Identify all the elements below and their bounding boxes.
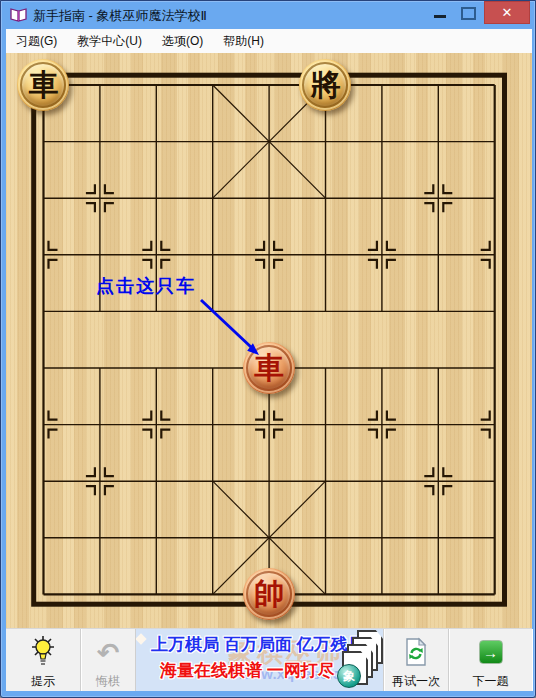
- close-button[interactable]: ✕: [484, 1, 530, 24]
- piece-glyph: 帥: [254, 579, 284, 609]
- undo-icon: ↶: [97, 640, 120, 667]
- next-button[interactable]: → 下一题: [449, 629, 532, 691]
- menu-help[interactable]: 帮助(H): [213, 30, 274, 53]
- app-book-icon: [10, 7, 27, 22]
- piece-glyph: 車: [28, 70, 58, 100]
- xiangqi-badge-icon: 象: [337, 664, 361, 688]
- menu-bar: 习题(G) 教学中心(U) 选项(O) 帮助(H): [6, 29, 532, 53]
- piece-glyph: 將: [310, 70, 340, 100]
- undo-label: 悔棋: [96, 675, 120, 691]
- banner-left-image: [136, 629, 149, 691]
- maximize-button[interactable]: [454, 1, 482, 25]
- window-title: 新手指南 - 象棋巫师魔法学校Ⅱ: [33, 7, 207, 25]
- hint-button[interactable]: 提示: [6, 629, 81, 691]
- hint-annotation-text: 点击这只车: [96, 274, 196, 298]
- piece-a10[interactable]: 車: [17, 59, 69, 111]
- bottom-toolbar: 提示 ↶ 悔棋 象棋巫师 www.xqbase.c 上万棋局 百万局面 亿万残局…: [6, 628, 532, 691]
- next-arrow-icon: →: [479, 640, 503, 664]
- title-bar: 新手指南 - 象棋巫师魔法学校Ⅱ ✕: [1, 1, 535, 29]
- lightbulb-icon: [6, 629, 80, 675]
- xiangqi-board[interactable]: 車將車帥 点击这只车: [6, 53, 532, 628]
- banner-line2: 海量在线棋谱 一网打尽: [160, 659, 335, 682]
- piece-e1[interactable]: 帥: [243, 568, 295, 620]
- menu-teaching-center[interactable]: 教学中心(U): [67, 30, 152, 53]
- menu-options[interactable]: 选项(O): [152, 30, 213, 53]
- app-window: 新手指南 - 象棋巫师魔法学校Ⅱ ✕ 习题(G) 教学中心(U) 选项(O) 帮…: [0, 0, 536, 698]
- stacked-pages-icon: 象: [335, 630, 383, 691]
- banner-line1: 上万棋局 百万局面 亿万残局: [151, 633, 364, 656]
- piece-glyph: 車: [254, 353, 284, 383]
- next-label: 下一题: [473, 675, 509, 691]
- piece-f10[interactable]: 將: [299, 59, 351, 111]
- minimize-icon: [434, 15, 446, 18]
- hint-label: 提示: [31, 675, 55, 691]
- retry-icon: [384, 629, 448, 675]
- close-icon: ✕: [502, 6, 513, 19]
- undo-button[interactable]: ↶ 悔棋: [81, 629, 136, 691]
- ad-banner[interactable]: 象棋巫师 www.xqbase.c 上万棋局 百万局面 亿万残局 海量在线棋谱 …: [136, 629, 384, 691]
- retry-label: 再试一次: [392, 675, 440, 691]
- minimize-button[interactable]: [426, 1, 454, 25]
- maximize-icon: [461, 7, 476, 20]
- menu-exercises[interactable]: 习题(G): [6, 30, 67, 53]
- piece-e5[interactable]: 車: [243, 342, 295, 394]
- retry-button[interactable]: 再试一次: [384, 629, 449, 691]
- piece-layer: 車將車帥: [15, 57, 523, 623]
